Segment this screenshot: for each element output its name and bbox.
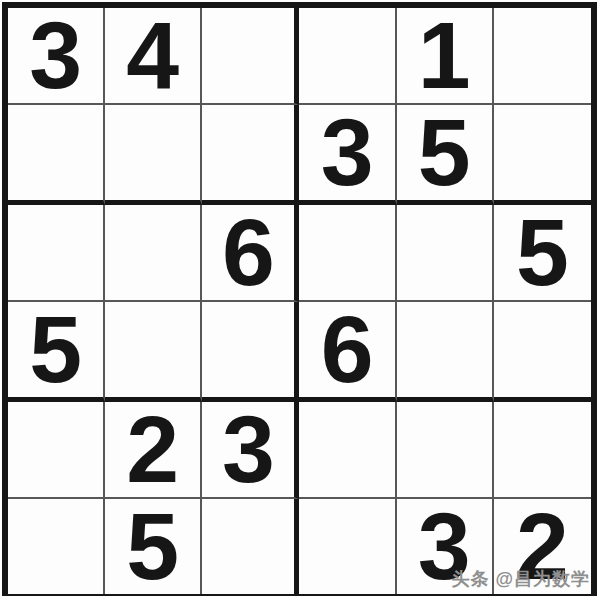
cell-r3c1[interactable] (8, 205, 105, 302)
cell-r5c3[interactable]: 3 (202, 402, 299, 499)
cell-r1c4[interactable] (299, 8, 396, 105)
cell-r4c4[interactable]: 6 (299, 302, 396, 402)
cell-r5c4[interactable] (299, 402, 396, 499)
cell-r2c1[interactable] (8, 105, 105, 205)
cell-r1c1[interactable]: 3 (8, 8, 105, 105)
cell-r6c2[interactable]: 5 (105, 499, 202, 594)
cell-r5c1[interactable] (8, 402, 105, 499)
cell-r3c4[interactable] (299, 205, 396, 302)
cell-r3c2[interactable] (105, 205, 202, 302)
cell-r4c6[interactable] (494, 302, 591, 402)
cell-r5c2[interactable]: 2 (105, 402, 202, 499)
cell-r2c2[interactable] (105, 105, 202, 205)
cell-r4c2[interactable] (105, 302, 202, 402)
cell-r3c3[interactable]: 6 (202, 205, 299, 302)
cell-r2c4[interactable]: 3 (299, 105, 396, 205)
cell-r4c5[interactable] (397, 302, 494, 402)
cell-r6c3[interactable] (202, 499, 299, 594)
sudoku-board: 3 4 1 3 5 6 5 5 6 2 3 5 (2, 2, 597, 596)
cell-r4c3[interactable] (202, 302, 299, 402)
cell-r1c2[interactable]: 4 (105, 8, 202, 105)
cell-r1c5[interactable]: 1 (397, 8, 494, 105)
cell-r4c1[interactable]: 5 (8, 302, 105, 402)
cell-r2c5[interactable]: 5 (397, 105, 494, 205)
watermark: 头条 @昌为数学 (451, 567, 590, 591)
cell-r6c1[interactable] (8, 499, 105, 594)
cell-r1c6[interactable] (494, 8, 591, 105)
cell-r6c4[interactable] (299, 499, 396, 594)
cell-r2c3[interactable] (202, 105, 299, 205)
cell-r2c6[interactable] (494, 105, 591, 205)
cell-r3c5[interactable] (397, 205, 494, 302)
sudoku-puzzle: 3 4 1 3 5 6 5 5 6 2 3 5 (0, 0, 600, 600)
cell-r1c3[interactable] (202, 8, 299, 105)
cell-r5c6[interactable] (494, 402, 591, 499)
cell-r5c5[interactable] (397, 402, 494, 499)
cell-r3c6[interactable]: 5 (494, 205, 591, 302)
